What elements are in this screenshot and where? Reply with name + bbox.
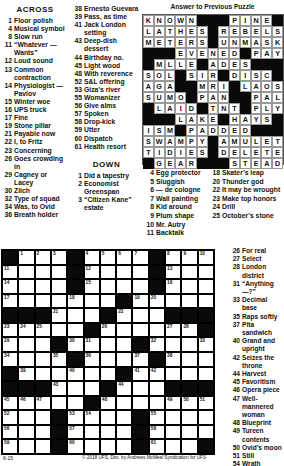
clue-number: 16: [2, 106, 12, 114]
clue-item: 44Harvest: [231, 370, 284, 378]
puzzle-cell[interactable]: [84, 294, 100, 309]
answer-letter-cell: A: [261, 158, 272, 169]
puzzle-cell[interactable]: 37: [132, 352, 148, 367]
puzzle-cell[interactable]: 58: [149, 425, 165, 440]
answer-letter-cell: I: [240, 15, 251, 26]
puzzle-cell[interactable]: [116, 396, 132, 411]
cell-number: 6: [118, 251, 121, 257]
puzzle-cell[interactable]: 33: [198, 337, 214, 352]
answer-letter-cell: W: [154, 136, 165, 147]
clue-number: 15: [2, 98, 12, 106]
down-clue-list-a: 4Egg protector5Sluggish6— de cologne7Wal…: [144, 169, 210, 238]
puzzle-cell[interactable]: 10: [198, 250, 214, 265]
clue-text: Slow run: [14, 33, 68, 41]
answer-letter-cell: I: [218, 81, 229, 92]
puzzle-cell[interactable]: [165, 367, 181, 382]
answer-black-cell: [143, 59, 154, 70]
puzzle-cell[interactable]: [51, 323, 67, 338]
answer-letter-cell: K: [143, 15, 154, 26]
puzzle-cell[interactable]: 31: [84, 337, 100, 352]
puzzle-cell[interactable]: [181, 425, 197, 440]
puzzle-cell[interactable]: 43: [51, 381, 67, 396]
puzzle-cell[interactable]: 56: [2, 425, 18, 440]
puzzle-cell[interactable]: [100, 367, 116, 382]
puzzle-cell[interactable]: 46: [18, 396, 34, 411]
clue-item: 61Health resort: [72, 143, 141, 151]
puzzle-cell[interactable]: [116, 410, 132, 425]
puzzle-cell[interactable]: [100, 265, 116, 280]
puzzle-cell[interactable]: [100, 337, 116, 352]
puzzle-cell[interactable]: [116, 352, 132, 367]
puzzle-cell[interactable]: [181, 367, 197, 382]
clue-number: 21: [2, 130, 12, 138]
puzzle-cell[interactable]: 40: [67, 367, 83, 382]
answer-black-cell: [218, 15, 229, 26]
answer-letter-cell: O: [261, 81, 272, 92]
answer-black-cell: [197, 15, 208, 26]
puzzle-cell[interactable]: 18: [67, 294, 83, 309]
puzzle-cell[interactable]: 6: [116, 250, 132, 265]
clue-number: 32: [2, 195, 12, 203]
clues-column-2: 38Ernesto Guevara39Pass, as time41Jack L…: [72, 5, 141, 212]
answer-letter-cell: E: [261, 136, 272, 147]
puzzle-cell[interactable]: 45: [2, 396, 18, 411]
clue-text: Thunder god: [222, 178, 284, 187]
clue-number: 42: [231, 354, 240, 362]
clue-item: 19Stone pillar: [2, 122, 68, 130]
puzzle-cell[interactable]: [165, 439, 181, 454]
clue-item: 25October’s stone: [210, 212, 284, 221]
puzzle-cell[interactable]: [149, 323, 165, 338]
puzzle-cell[interactable]: [165, 337, 181, 352]
answer-black-cell: [197, 59, 208, 70]
clue-number: 41: [72, 21, 82, 29]
puzzle-cell[interactable]: [198, 279, 214, 294]
clue-number: 44: [72, 54, 82, 62]
puzzle-black-cell: [67, 352, 83, 367]
puzzle-cell[interactable]: 39: [18, 367, 34, 382]
clue-text: Blueprint: [242, 419, 284, 427]
answer-letter-cell: A: [251, 81, 262, 92]
puzzle-cell[interactable]: 9: [181, 250, 197, 265]
puzzle-cell[interactable]: 11: [2, 265, 18, 280]
answer-letter-cell: D: [229, 48, 240, 59]
puzzle-cell[interactable]: [35, 410, 51, 425]
answer-letter-cell: C: [261, 70, 272, 81]
clue-item: 13Common contraction: [2, 66, 68, 82]
puzzle-cell[interactable]: [165, 425, 181, 440]
clue-text: Concerning: [14, 147, 68, 155]
puzzle-cell[interactable]: 16: [165, 279, 181, 294]
clue-item: 57Spoken: [72, 110, 141, 118]
puzzle-cell[interactable]: [67, 396, 83, 411]
answer-letter-cell: L: [154, 103, 165, 114]
puzzle-cell[interactable]: 61: [149, 439, 165, 454]
puzzle-black-cell: [18, 308, 34, 323]
puzzle-cell[interactable]: 29: [2, 337, 18, 352]
answer-letter-cell: L: [240, 147, 251, 158]
clue-item: 45Favoritism: [231, 378, 284, 386]
puzzle-cell[interactable]: 32: [149, 337, 165, 352]
puzzle-black-cell: [2, 367, 18, 382]
puzzle-cell[interactable]: 26: [100, 323, 116, 338]
answer-letter-cell: O: [165, 15, 176, 26]
puzzle-cell[interactable]: [35, 265, 51, 280]
cell-number: 46: [20, 397, 25, 403]
puzzle-cell[interactable]: [84, 367, 100, 382]
puzzle-cell[interactable]: [132, 381, 148, 396]
answer-letter-cell: T: [272, 136, 283, 147]
clue-number: 30: [2, 187, 12, 195]
clue-text: — de cologne: [156, 186, 210, 195]
puzzle-cell[interactable]: [132, 308, 148, 323]
puzzle-cell[interactable]: 2: [35, 250, 51, 265]
clue-item: 45Light wood: [72, 62, 141, 70]
cell-number: 48: [102, 397, 107, 403]
puzzle-cell[interactable]: [198, 265, 214, 280]
puzzle-cell[interactable]: 8: [165, 250, 181, 265]
puzzle-cell[interactable]: [67, 308, 83, 323]
puzzle-cell[interactable]: 15: [84, 279, 100, 294]
clue-item: 53Giza’s river: [72, 86, 141, 94]
clue-text: Sluggish: [156, 178, 210, 187]
puzzle-cell[interactable]: [18, 425, 34, 440]
puzzle-cell[interactable]: 47: [35, 396, 51, 411]
puzzle-cell[interactable]: [181, 337, 197, 352]
cell-number: 38: [167, 353, 172, 359]
clue-text: Birthday no.: [84, 54, 141, 62]
cell-number: 4: [86, 251, 89, 257]
puzzle-cell[interactable]: 22: [116, 308, 132, 323]
puzzle-cell[interactable]: 30: [67, 337, 83, 352]
clue-number: 4: [144, 169, 154, 178]
puzzle-cell[interactable]: 21: [51, 308, 67, 323]
puzzle-cell[interactable]: [165, 410, 181, 425]
clue-number: 61: [72, 143, 82, 151]
puzzle-cell[interactable]: 42: [149, 367, 165, 382]
clue-text: “Whatever — Wants”: [14, 41, 68, 57]
puzzle-cell[interactable]: [100, 294, 116, 309]
cell-number: 30: [69, 338, 74, 344]
clue-item: 59Utter: [72, 126, 141, 134]
puzzle-black-cell: [67, 265, 83, 280]
puzzle-cell[interactable]: 19: [132, 294, 148, 309]
cell-number: 29: [4, 338, 9, 344]
clue-number: 40: [231, 337, 240, 345]
clue-text: Ernesto Guevara: [84, 5, 141, 13]
clue-number: 45: [231, 378, 240, 386]
puzzle-cell[interactable]: 4: [84, 250, 100, 265]
answer-letter-cell: D: [272, 158, 283, 169]
puzzle-cell[interactable]: [132, 265, 148, 280]
puzzle-cell[interactable]: 13: [165, 265, 181, 280]
puzzle-cell[interactable]: [18, 279, 34, 294]
answer-letter-cell: S: [186, 70, 197, 81]
puzzle-cell[interactable]: [198, 367, 214, 382]
puzzle-cell[interactable]: 59: [2, 439, 18, 454]
answer-black-cell: [197, 103, 208, 114]
answer-letter-cell: A: [261, 92, 272, 103]
puzzle-cell[interactable]: [51, 367, 67, 382]
answer-black-cell: [261, 59, 272, 70]
puzzle-cell[interactable]: 50: [181, 396, 197, 411]
clue-number: 53: [72, 86, 82, 94]
clue-text: Plum shape: [156, 212, 210, 221]
puzzle-black-cell: [51, 439, 67, 454]
clue-number: 6: [144, 186, 154, 195]
answer-letter-cell: K: [272, 37, 283, 48]
clue-item: 4Egg protector: [144, 169, 210, 178]
puzzle-cell[interactable]: 52: [2, 410, 18, 425]
puzzle-cell[interactable]: [116, 279, 132, 294]
clue-number: 11: [144, 229, 154, 238]
puzzle-cell[interactable]: [67, 323, 83, 338]
clue-item: 60Dispatch: [72, 135, 141, 143]
cell-number: 45: [4, 397, 9, 403]
down-clue-subcolumns: 4Egg protector5Sluggish6— de cologne7Wal…: [144, 169, 284, 238]
puzzle-cell[interactable]: [198, 425, 214, 440]
clue-number: 29: [2, 171, 12, 179]
puzzle-black-cell: [35, 381, 51, 396]
clue-number: 3: [72, 196, 82, 204]
puzzle-cell[interactable]: [100, 410, 116, 425]
puzzle-cell[interactable]: 36: [84, 352, 100, 367]
clue-number: 59: [72, 126, 82, 134]
puzzle-cell[interactable]: [198, 410, 214, 425]
puzzle-cell[interactable]: [18, 265, 34, 280]
puzzle-cell[interactable]: [18, 410, 34, 425]
puzzle-cell[interactable]: [35, 279, 51, 294]
cell-number: 36: [86, 353, 91, 359]
clue-number: 14: [2, 82, 12, 90]
puzzle-cell[interactable]: 60: [67, 439, 83, 454]
answer-letter-cell: A: [208, 92, 219, 103]
clue-text: London district: [242, 263, 284, 279]
puzzle-cell[interactable]: [181, 410, 197, 425]
puzzle-cell[interactable]: [35, 439, 51, 454]
puzzle-cell[interactable]: [165, 294, 181, 309]
puzzle-cell[interactable]: [132, 396, 148, 411]
puzzle-cell[interactable]: [51, 279, 67, 294]
puzzle-cell[interactable]: 44: [116, 381, 132, 396]
puzzle-cell[interactable]: [84, 425, 100, 440]
cell-number: 7: [134, 251, 137, 257]
clue-number: 48: [231, 419, 240, 427]
puzzle-cell[interactable]: 49: [165, 396, 181, 411]
answer-letter-cell: K: [197, 114, 208, 125]
clue-item: 28London district: [231, 263, 284, 279]
puzzle-cell[interactable]: [116, 323, 132, 338]
clue-text: Mr. Autry: [156, 221, 210, 230]
puzzle-cell[interactable]: [35, 337, 51, 352]
puzzle-cell[interactable]: [116, 337, 132, 352]
puzzle-cell[interactable]: [149, 381, 165, 396]
puzzle-cell[interactable]: [35, 425, 51, 440]
puzzle-cell[interactable]: [100, 439, 116, 454]
clue-text: Backtalk: [156, 229, 210, 238]
cell-number: 26: [102, 324, 107, 330]
clue-number: 38: [72, 5, 82, 13]
clue-text: Type of squad: [14, 195, 68, 203]
puzzle-cell[interactable]: 48: [100, 396, 116, 411]
puzzle-cell[interactable]: [198, 352, 214, 367]
puzzle-cell[interactable]: [181, 294, 197, 309]
cell-number: 60: [69, 440, 74, 446]
puzzle-cell[interactable]: 57: [67, 425, 83, 440]
puzzle-cell[interactable]: [181, 439, 197, 454]
puzzle-cell[interactable]: [51, 294, 67, 309]
clue-number: 18: [210, 169, 220, 178]
puzzle-cell[interactable]: 17: [2, 294, 18, 309]
puzzle-cell[interactable]: [18, 352, 34, 367]
puzzle-cell[interactable]: 35: [51, 352, 67, 367]
puzzle-black-cell: [116, 367, 132, 382]
puzzle-cell[interactable]: 20: [149, 294, 165, 309]
clue-item: 48With reverence: [72, 70, 141, 78]
answer-black-cell: [175, 125, 186, 136]
puzzle-cell[interactable]: [35, 367, 51, 382]
answer-letter-cell: M: [165, 92, 176, 103]
across-clues-column-1: ACROSS 1Floor polish4Musical symbol8Slow…: [2, 5, 68, 219]
puzzle-cell[interactable]: [51, 265, 67, 280]
clue-number: 37: [231, 321, 240, 329]
puzzle-cell[interactable]: 14: [2, 279, 18, 294]
clue-number: 31: [231, 280, 240, 288]
puzzle-cell[interactable]: [35, 352, 51, 367]
answer-letter-cell: E: [229, 26, 240, 37]
clue-item: 24Drill: [210, 203, 284, 212]
cell-number: 8: [167, 251, 170, 257]
cell-number: 16: [167, 280, 172, 286]
clue-text: Still: [242, 452, 284, 460]
puzzle-cell[interactable]: [181, 352, 197, 367]
answer-letter-cell: E: [186, 26, 197, 37]
cell-number: 52: [4, 411, 9, 417]
puzzle-cell[interactable]: [67, 381, 83, 396]
puzzle-cell[interactable]: 28: [181, 323, 197, 338]
clue-number: 39: [72, 13, 82, 21]
answer-letter-cell: A: [143, 81, 154, 92]
puzzle-cell[interactable]: 34: [2, 352, 18, 367]
answer-letter-cell: D: [218, 59, 229, 70]
clue-text: For real: [242, 247, 284, 255]
puzzle-cell[interactable]: 54: [84, 410, 100, 425]
clue-item: 15Winter woe: [2, 98, 68, 106]
puzzle-cell[interactable]: [198, 294, 214, 309]
puzzle-cell[interactable]: [35, 294, 51, 309]
puzzle-cell[interactable]: [84, 439, 100, 454]
clue-item: 47Well-mannered woman: [231, 395, 284, 420]
puzzle-cell[interactable]: 38: [165, 352, 181, 367]
puzzle-cell[interactable]: 51: [198, 396, 214, 411]
clue-number: 47: [231, 395, 240, 403]
clue-item: 7Wall painting: [144, 195, 210, 204]
clue-item: 18Skater’s leap: [210, 169, 284, 178]
puzzle-cell[interactable]: [116, 265, 132, 280]
puzzle-cell[interactable]: 12: [84, 265, 100, 280]
puzzle-cell[interactable]: [18, 439, 34, 454]
puzzle-cell[interactable]: 5: [100, 250, 116, 265]
clue-item: 6— de cologne: [144, 186, 210, 195]
answer-letter-cell: Y: [272, 103, 283, 114]
clue-item: 41Jack London setting: [72, 21, 141, 37]
puzzle-cell[interactable]: [181, 265, 197, 280]
puzzle-cell[interactable]: [51, 396, 67, 411]
puzzle-cell[interactable]: 53: [67, 410, 83, 425]
puzzle-black-cell: [2, 250, 18, 265]
puzzle-cell[interactable]: [149, 308, 165, 323]
puzzle-cell[interactable]: 24: [18, 323, 34, 338]
puzzle-cell[interactable]: [84, 308, 100, 323]
answer-letter-cell: U: [240, 136, 251, 147]
puzzle-black-cell: [100, 381, 116, 396]
puzzle-cell[interactable]: 3: [51, 250, 67, 265]
answer-letter-cell: A: [218, 136, 229, 147]
cell-number: 14: [4, 280, 9, 286]
puzzle-cell[interactable]: [100, 279, 116, 294]
answer-letter-cell: P: [186, 125, 197, 136]
puzzle-black-cell: [132, 439, 148, 454]
clue-item: 1Floor polish: [2, 17, 68, 25]
clue-number: 43: [72, 37, 82, 45]
clue-text: October’s stone: [222, 212, 284, 221]
puzzle-cell[interactable]: [181, 279, 197, 294]
puzzle-cell[interactable]: [18, 337, 34, 352]
clue-text: Decimal base: [242, 296, 284, 312]
clue-item: 31“Anything —?”: [231, 280, 284, 296]
puzzle-black-cell: [198, 381, 214, 396]
puzzle-cell[interactable]: [132, 323, 148, 338]
puzzle-cell[interactable]: 41: [132, 367, 148, 382]
puzzle-cell[interactable]: [116, 425, 132, 440]
puzzle-cell[interactable]: [18, 294, 34, 309]
puzzle-cell[interactable]: 1: [18, 250, 34, 265]
answer-letter-cell: D: [208, 125, 219, 136]
puzzle-black-cell: [116, 294, 132, 309]
puzzle-cell[interactable]: [100, 425, 116, 440]
clue-text: Wrath: [242, 460, 284, 466]
puzzle-cell[interactable]: [116, 439, 132, 454]
puzzle-cell[interactable]: [149, 396, 165, 411]
answer-letter-cell: D: [218, 147, 229, 158]
puzzle-cell[interactable]: 23: [2, 323, 18, 338]
answer-letter-cell: L: [165, 70, 176, 81]
puzzle-cell[interactable]: [100, 352, 116, 367]
puzzle-black-cell: [35, 308, 51, 323]
cell-number: 43: [53, 382, 58, 388]
puzzle-black-cell: [149, 352, 165, 367]
puzzle-cell[interactable]: [132, 279, 148, 294]
puzzle-cell[interactable]: 25: [35, 323, 51, 338]
answer-letter-cell: A: [165, 136, 176, 147]
answer-letter-cell: A: [261, 48, 272, 59]
clue-text: Skater’s leap: [222, 169, 284, 178]
clue-text: Give alms: [84, 102, 141, 110]
puzzle-cell[interactable]: [84, 381, 100, 396]
clue-item: 23Concerning: [2, 147, 68, 155]
answer-letter-cell: M: [240, 37, 251, 48]
puzzle-cell[interactable]: 7: [132, 250, 148, 265]
puzzle-cell[interactable]: 27: [165, 323, 181, 338]
puzzle-cell[interactable]: 55: [149, 410, 165, 425]
answer-letter-cell: U: [218, 37, 229, 48]
answer-letter-cell: L: [261, 103, 272, 114]
puzzle-black-cell: [51, 425, 67, 440]
clue-text: Spoken: [84, 110, 141, 118]
cell-number: 2: [37, 251, 40, 257]
cell-number: 54: [86, 411, 91, 417]
clue-text: Make top honors: [222, 195, 284, 204]
